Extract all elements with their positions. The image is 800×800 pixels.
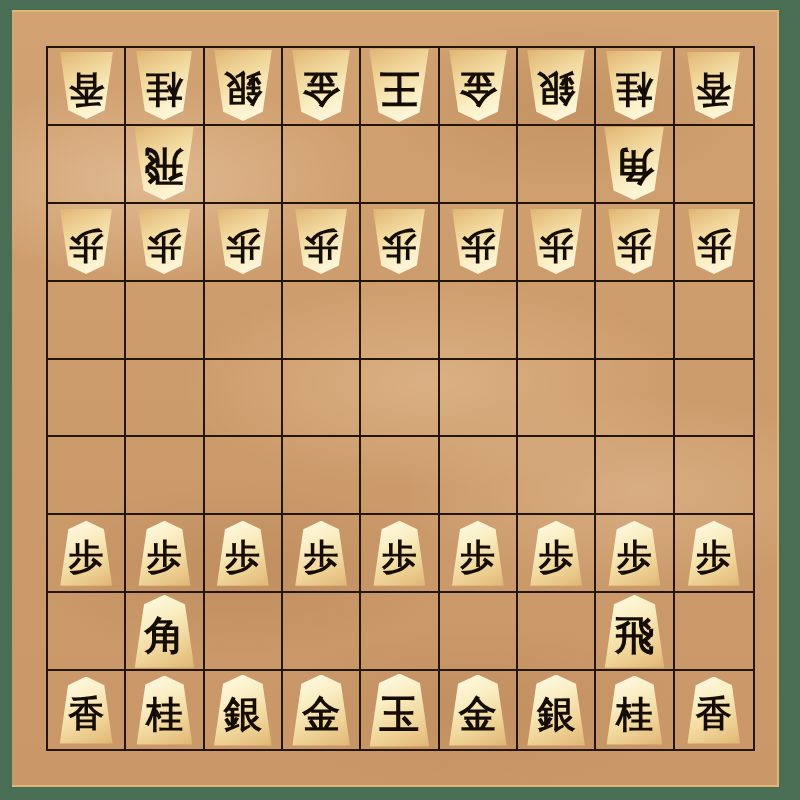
piece-bishop-gote[interactable]: 角: [603, 127, 665, 200]
square-2a[interactable]: 桂: [596, 48, 674, 126]
piece-pawn-sente[interactable]: 歩: [607, 521, 661, 586]
square-8h[interactable]: 角: [126, 593, 204, 671]
square-9b[interactable]: [48, 126, 126, 204]
piece-kanji: 歩: [225, 540, 260, 575]
square-3g[interactable]: 歩: [518, 515, 596, 593]
square-4i[interactable]: 金: [440, 671, 518, 749]
piece-kanji: 香: [68, 72, 104, 108]
piece-king-sente[interactable]: 玉: [368, 674, 430, 747]
square-7d[interactable]: [205, 282, 283, 360]
piece-kanji: 銀: [537, 71, 575, 109]
piece-kanji: 桂: [616, 696, 653, 733]
square-1a[interactable]: 香: [675, 48, 753, 126]
piece-pawn-sente[interactable]: 歩: [294, 521, 348, 586]
square-4a[interactable]: 金: [440, 48, 518, 126]
square-7e[interactable]: [205, 360, 283, 438]
square-2c[interactable]: 歩: [596, 204, 674, 282]
piece-pawn-gote[interactable]: 歩: [372, 209, 426, 274]
piece-kanji: 銀: [224, 71, 262, 109]
square-9f[interactable]: [48, 437, 126, 515]
piece-pawn-sente[interactable]: 歩: [687, 521, 741, 586]
piece-gold-sente[interactable]: 金: [448, 675, 508, 746]
piece-gold-gote[interactable]: 金: [448, 50, 508, 121]
piece-pawn-gote[interactable]: 歩: [451, 209, 505, 274]
square-3b[interactable]: [518, 126, 596, 204]
piece-kanji: 歩: [69, 540, 104, 575]
piece-kanji: 金: [459, 71, 497, 109]
piece-kanji: 歩: [696, 540, 731, 575]
square-9a[interactable]: 香: [48, 48, 126, 126]
piece-kanji: 歩: [225, 228, 260, 263]
piece-pawn-sente[interactable]: 歩: [216, 521, 270, 586]
piece-kanji: 歩: [696, 228, 731, 263]
square-7h[interactable]: [205, 593, 283, 671]
square-5f[interactable]: [361, 437, 439, 515]
piece-kanji: 飛: [144, 148, 184, 188]
square-6d[interactable]: [283, 282, 361, 360]
square-6c[interactable]: 歩: [283, 204, 361, 282]
square-1d[interactable]: [675, 282, 753, 360]
piece-rook-sente[interactable]: 飛: [603, 595, 665, 668]
square-9h[interactable]: [48, 593, 126, 671]
piece-pawn-gote[interactable]: 歩: [59, 209, 113, 274]
piece-kanji: 桂: [146, 71, 183, 108]
square-9g[interactable]: 歩: [48, 515, 126, 593]
square-1h[interactable]: [675, 593, 753, 671]
piece-kanji: 歩: [539, 228, 574, 263]
piece-kanji: 角: [614, 148, 654, 188]
square-7a[interactable]: 銀: [205, 48, 283, 126]
piece-pawn-gote[interactable]: 歩: [216, 209, 270, 274]
square-6g[interactable]: 歩: [283, 515, 361, 593]
piece-kanji: 飛: [614, 615, 654, 655]
square-6i[interactable]: 金: [283, 671, 361, 749]
piece-pawn-gote[interactable]: 歩: [529, 209, 583, 274]
piece-lance-gote[interactable]: 香: [686, 52, 741, 119]
square-8a[interactable]: 桂: [126, 48, 204, 126]
square-2f[interactable]: [596, 437, 674, 515]
piece-kanji: 香: [696, 72, 732, 108]
piece-king-gote[interactable]: 王: [368, 49, 430, 122]
board-grid: 香桂銀金王金銀桂香飛角歩歩歩歩歩歩歩歩歩歩歩歩歩歩歩歩歩歩角飛香桂銀金玉金銀桂香: [46, 46, 755, 751]
piece-pawn-sente[interactable]: 歩: [372, 521, 426, 586]
piece-kanji: 歩: [382, 228, 417, 263]
square-2b[interactable]: 角: [596, 126, 674, 204]
piece-silver-sente[interactable]: 銀: [213, 675, 273, 746]
square-4b[interactable]: [440, 126, 518, 204]
square-6f[interactable]: [283, 437, 361, 515]
piece-kanji: 歩: [69, 228, 104, 263]
square-9c[interactable]: 歩: [48, 204, 126, 282]
square-5e[interactable]: [361, 360, 439, 438]
square-2i[interactable]: 桂: [596, 671, 674, 749]
square-3c[interactable]: 歩: [518, 204, 596, 282]
square-8i[interactable]: 桂: [126, 671, 204, 749]
square-5d[interactable]: [361, 282, 439, 360]
piece-kanji: 玉: [379, 694, 419, 734]
piece-lance-sente[interactable]: 香: [686, 677, 741, 744]
piece-silver-gote[interactable]: 銀: [213, 50, 273, 121]
square-9d[interactable]: [48, 282, 126, 360]
square-6a[interactable]: 金: [283, 48, 361, 126]
piece-kanji: 銀: [537, 695, 575, 733]
square-1c[interactable]: 歩: [675, 204, 753, 282]
square-8c[interactable]: 歩: [126, 204, 204, 282]
piece-pawn-sente[interactable]: 歩: [529, 521, 583, 586]
piece-kanji: 歩: [147, 228, 182, 263]
piece-silver-sente[interactable]: 銀: [526, 675, 586, 746]
piece-kanji: 歩: [382, 540, 417, 575]
square-7g[interactable]: 歩: [205, 515, 283, 593]
piece-kanji: 金: [302, 695, 340, 733]
piece-knight-sente[interactable]: 桂: [135, 676, 193, 745]
square-4h[interactable]: [440, 593, 518, 671]
piece-kanji: 歩: [617, 540, 652, 575]
piece-knight-sente[interactable]: 桂: [605, 676, 663, 745]
piece-pawn-sente[interactable]: 歩: [137, 521, 191, 586]
square-2d[interactable]: [596, 282, 674, 360]
square-6h[interactable]: [283, 593, 361, 671]
square-5g[interactable]: 歩: [361, 515, 439, 593]
square-6b[interactable]: [283, 126, 361, 204]
piece-kanji: 金: [302, 71, 340, 109]
piece-pawn-gote[interactable]: 歩: [137, 209, 191, 274]
square-7i[interactable]: 銀: [205, 671, 283, 749]
square-5b[interactable]: [361, 126, 439, 204]
piece-gold-sente[interactable]: 金: [291, 675, 351, 746]
square-1i[interactable]: 香: [675, 671, 753, 749]
square-8e[interactable]: [126, 360, 204, 438]
piece-kanji: 桂: [146, 696, 183, 733]
piece-silver-gote[interactable]: 銀: [526, 50, 586, 121]
piece-knight-gote[interactable]: 桂: [605, 51, 663, 120]
piece-kanji: 角: [144, 615, 184, 655]
square-5i[interactable]: 玉: [361, 671, 439, 749]
square-9i[interactable]: 香: [48, 671, 126, 749]
piece-pawn-gote[interactable]: 歩: [607, 209, 661, 274]
square-8b[interactable]: 飛: [126, 126, 204, 204]
piece-kanji: 歩: [460, 540, 495, 575]
square-1f[interactable]: [675, 437, 753, 515]
square-3f[interactable]: [518, 437, 596, 515]
square-8d[interactable]: [126, 282, 204, 360]
square-8g[interactable]: 歩: [126, 515, 204, 593]
piece-kanji: 歩: [304, 540, 339, 575]
square-5h[interactable]: [361, 593, 439, 671]
square-4e[interactable]: [440, 360, 518, 438]
piece-pawn-gote[interactable]: 歩: [294, 209, 348, 274]
square-5c[interactable]: 歩: [361, 204, 439, 282]
piece-kanji: 香: [696, 696, 732, 732]
square-3d[interactable]: [518, 282, 596, 360]
square-1e[interactable]: [675, 360, 753, 438]
piece-kanji: 歩: [617, 228, 652, 263]
square-3i[interactable]: 銀: [518, 671, 596, 749]
square-4g[interactable]: 歩: [440, 515, 518, 593]
piece-kanji: 桂: [616, 71, 653, 108]
square-7b[interactable]: [205, 126, 283, 204]
square-8f[interactable]: [126, 437, 204, 515]
square-2h[interactable]: 飛: [596, 593, 674, 671]
piece-kanji: 金: [459, 695, 497, 733]
piece-lance-sente[interactable]: 香: [59, 677, 114, 744]
square-4d[interactable]: [440, 282, 518, 360]
square-4c[interactable]: 歩: [440, 204, 518, 282]
piece-kanji: 歩: [539, 540, 574, 575]
square-6e[interactable]: [283, 360, 361, 438]
table-background: 香桂銀金王金銀桂香飛角歩歩歩歩歩歩歩歩歩歩歩歩歩歩歩歩歩歩角飛香桂銀金玉金銀桂香: [0, 0, 800, 800]
square-2e[interactable]: [596, 360, 674, 438]
piece-pawn-gote[interactable]: 歩: [687, 209, 741, 274]
square-1b[interactable]: [675, 126, 753, 204]
piece-bishop-sente[interactable]: 角: [133, 595, 195, 668]
piece-lance-gote[interactable]: 香: [59, 52, 114, 119]
square-7f[interactable]: [205, 437, 283, 515]
square-2g[interactable]: 歩: [596, 515, 674, 593]
piece-kanji: 歩: [460, 228, 495, 263]
piece-gold-gote[interactable]: 金: [291, 50, 351, 121]
square-3h[interactable]: [518, 593, 596, 671]
square-4f[interactable]: [440, 437, 518, 515]
piece-knight-gote[interactable]: 桂: [135, 51, 193, 120]
piece-kanji: 歩: [147, 540, 182, 575]
piece-kanji: 銀: [224, 695, 262, 733]
square-3e[interactable]: [518, 360, 596, 438]
piece-kanji: 歩: [304, 228, 339, 263]
piece-kanji: 王: [379, 70, 419, 110]
square-3a[interactable]: 銀: [518, 48, 596, 126]
piece-kanji: 香: [68, 696, 104, 732]
square-1g[interactable]: 歩: [675, 515, 753, 593]
piece-rook-gote[interactable]: 飛: [133, 127, 195, 200]
square-5a[interactable]: 王: [361, 48, 439, 126]
square-7c[interactable]: 歩: [205, 204, 283, 282]
shogi-board: 香桂銀金王金銀桂香飛角歩歩歩歩歩歩歩歩歩歩歩歩歩歩歩歩歩歩角飛香桂銀金玉金銀桂香: [12, 10, 779, 787]
piece-pawn-sente[interactable]: 歩: [451, 521, 505, 586]
square-9e[interactable]: [48, 360, 126, 438]
piece-pawn-sente[interactable]: 歩: [59, 521, 113, 586]
